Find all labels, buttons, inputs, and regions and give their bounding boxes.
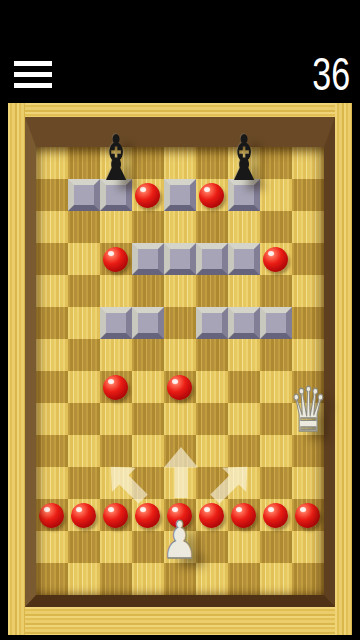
top-bar: 36 (0, 0, 360, 103)
cell-r12c6 (228, 531, 260, 563)
cell-r0c4 (164, 147, 196, 179)
cell-r4c7 (260, 275, 292, 307)
cell-r3c2 (100, 243, 132, 275)
frame-bevel: ♝♝♛♟ (25, 117, 335, 607)
cell-r0c3 (132, 147, 164, 179)
cell-r7c1 (68, 371, 100, 403)
cell-r9c7 (260, 435, 292, 467)
cell-r0c1 (68, 147, 100, 179)
cell-r6c2 (100, 339, 132, 371)
cell-r0c2 (100, 147, 132, 179)
hamburger-icon (14, 72, 52, 77)
cell-r12c7 (260, 531, 292, 563)
gray-block (132, 307, 164, 339)
cell-r8c5 (196, 403, 228, 435)
cell-r10c2 (100, 467, 132, 499)
gray-block (228, 243, 260, 275)
cell-r1c6 (228, 179, 260, 211)
cell-r1c4 (164, 179, 196, 211)
cell-r5c8 (292, 307, 324, 339)
cell-r5c3 (132, 307, 164, 339)
hamburger-icon (14, 83, 52, 88)
cell-r8c3 (132, 403, 164, 435)
cell-r6c6 (228, 339, 260, 371)
red-ball (199, 183, 224, 208)
board-grid[interactable] (36, 147, 324, 595)
game-screen: 36 ♝♝♛♟ (0, 0, 360, 640)
cell-r6c4 (164, 339, 196, 371)
cell-r8c8 (292, 403, 324, 435)
cell-r3c1 (68, 243, 100, 275)
cell-r10c6 (228, 467, 260, 499)
cell-r5c5 (196, 307, 228, 339)
cell-r3c4 (164, 243, 196, 275)
cell-r9c8 (292, 435, 324, 467)
cell-r2c2 (100, 211, 132, 243)
cell-r6c1 (68, 339, 100, 371)
cell-r11c1 (68, 499, 100, 531)
gray-block (164, 243, 196, 275)
cell-r6c3 (132, 339, 164, 371)
cell-r9c1 (68, 435, 100, 467)
cell-r4c0 (36, 275, 68, 307)
cell-r10c0 (36, 467, 68, 499)
cell-r10c5 (196, 467, 228, 499)
cell-r7c2 (100, 371, 132, 403)
cell-r11c4 (164, 499, 196, 531)
cell-r13c0 (36, 563, 68, 595)
cell-r11c8 (292, 499, 324, 531)
frame-left (8, 103, 25, 635)
cell-r2c4 (164, 211, 196, 243)
cell-r7c0 (36, 371, 68, 403)
cell-r1c3 (132, 179, 164, 211)
cell-r8c2 (100, 403, 132, 435)
red-ball (231, 503, 256, 528)
cell-r0c7 (260, 147, 292, 179)
red-ball (71, 503, 96, 528)
cell-r5c0 (36, 307, 68, 339)
cell-r13c6 (228, 563, 260, 595)
cell-r13c4 (164, 563, 196, 595)
cell-r6c7 (260, 339, 292, 371)
gray-block (260, 307, 292, 339)
cell-r13c7 (260, 563, 292, 595)
cell-r7c7 (260, 371, 292, 403)
move-counter: 36 (312, 51, 350, 97)
cell-r9c0 (36, 435, 68, 467)
cell-r10c7 (260, 467, 292, 499)
cell-r1c8 (292, 179, 324, 211)
cell-r9c5 (196, 435, 228, 467)
cell-r2c0 (36, 211, 68, 243)
red-ball (263, 503, 288, 528)
cell-r12c2 (100, 531, 132, 563)
cell-r7c8 (292, 371, 324, 403)
cell-r2c6 (228, 211, 260, 243)
gray-block (68, 179, 100, 211)
cell-r10c3 (132, 467, 164, 499)
hamburger-icon (14, 61, 52, 66)
cell-r4c1 (68, 275, 100, 307)
cell-r7c4 (164, 371, 196, 403)
cell-r13c8 (292, 563, 324, 595)
gray-block (100, 179, 132, 211)
red-ball (135, 503, 160, 528)
cell-r5c7 (260, 307, 292, 339)
red-ball (103, 375, 128, 400)
cell-r3c6 (228, 243, 260, 275)
cell-r11c2 (100, 499, 132, 531)
cell-r13c2 (100, 563, 132, 595)
cell-r9c2 (100, 435, 132, 467)
cell-r4c2 (100, 275, 132, 307)
cell-r7c5 (196, 371, 228, 403)
cell-r1c2 (100, 179, 132, 211)
frame-right (335, 103, 352, 635)
cell-r12c1 (68, 531, 100, 563)
cell-r3c8 (292, 243, 324, 275)
cell-r8c0 (36, 403, 68, 435)
cell-r13c3 (132, 563, 164, 595)
cell-r4c3 (132, 275, 164, 307)
cell-r0c5 (196, 147, 228, 179)
gray-block (132, 243, 164, 275)
cell-r1c5 (196, 179, 228, 211)
cell-r0c6 (228, 147, 260, 179)
cell-r8c7 (260, 403, 292, 435)
cell-r1c1 (68, 179, 100, 211)
cell-r1c0 (36, 179, 68, 211)
cell-r4c6 (228, 275, 260, 307)
cell-r8c4 (164, 403, 196, 435)
cell-r2c3 (132, 211, 164, 243)
cell-r12c0 (36, 531, 68, 563)
cell-r4c5 (196, 275, 228, 307)
cell-r2c8 (292, 211, 324, 243)
cell-r11c0 (36, 499, 68, 531)
cell-r2c5 (196, 211, 228, 243)
cell-r11c5 (196, 499, 228, 531)
cell-r1c7 (260, 179, 292, 211)
red-ball (263, 247, 288, 272)
cell-r3c5 (196, 243, 228, 275)
red-ball (103, 503, 128, 528)
cell-r3c0 (36, 243, 68, 275)
red-ball (103, 247, 128, 272)
red-ball (295, 503, 320, 528)
cell-r10c1 (68, 467, 100, 499)
cell-r6c5 (196, 339, 228, 371)
cell-r5c1 (68, 307, 100, 339)
cell-r9c6 (228, 435, 260, 467)
cell-r10c4 (164, 467, 196, 499)
cell-r13c1 (68, 563, 100, 595)
cell-r3c7 (260, 243, 292, 275)
cell-r7c3 (132, 371, 164, 403)
gray-block (164, 179, 196, 211)
red-ball (167, 375, 192, 400)
cell-r6c8 (292, 339, 324, 371)
cell-r9c3 (132, 435, 164, 467)
menu-button[interactable] (14, 61, 52, 88)
cell-r11c7 (260, 499, 292, 531)
gray-block (228, 307, 260, 339)
cell-r5c2 (100, 307, 132, 339)
board-frame: ♝♝♛♟ (8, 103, 352, 635)
cell-r5c6 (228, 307, 260, 339)
cell-r11c6 (228, 499, 260, 531)
red-ball (199, 503, 224, 528)
gray-block (228, 179, 260, 211)
cell-r0c8 (292, 147, 324, 179)
cell-r4c8 (292, 275, 324, 307)
cell-r9c4 (164, 435, 196, 467)
cell-r6c0 (36, 339, 68, 371)
red-ball (167, 503, 192, 528)
cell-r8c1 (68, 403, 100, 435)
cell-r0c0 (36, 147, 68, 179)
gray-block (100, 307, 132, 339)
gray-block (196, 307, 228, 339)
cell-r13c5 (196, 563, 228, 595)
red-ball (39, 503, 64, 528)
cell-r12c5 (196, 531, 228, 563)
cell-r3c3 (132, 243, 164, 275)
gray-block (196, 243, 228, 275)
cell-r4c4 (164, 275, 196, 307)
cell-r12c4 (164, 531, 196, 563)
cell-r8c6 (228, 403, 260, 435)
cell-r10c8 (292, 467, 324, 499)
cell-r5c4 (164, 307, 196, 339)
cell-r2c1 (68, 211, 100, 243)
cell-r7c6 (228, 371, 260, 403)
cell-r12c8 (292, 531, 324, 563)
red-ball (135, 183, 160, 208)
cell-r12c3 (132, 531, 164, 563)
frame-top (8, 103, 352, 117)
frame-bottom (8, 607, 352, 635)
cell-r2c7 (260, 211, 292, 243)
cell-r11c3 (132, 499, 164, 531)
